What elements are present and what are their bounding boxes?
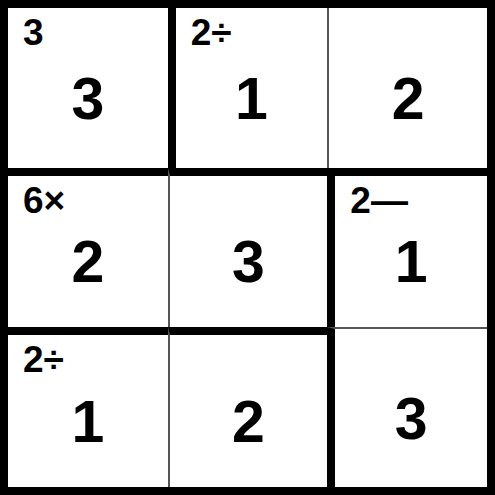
cell-r2c1[interactable]: 2 — [168, 327, 328, 487]
cell-r0c1[interactable]: 2÷1 — [168, 8, 328, 168]
cell-r1c2[interactable]: 2—1 — [327, 168, 487, 328]
cell-r0c0[interactable]: 33 — [8, 8, 168, 168]
cell-r2c0[interactable]: 2÷1 — [8, 327, 168, 487]
cell-value: 1 — [335, 187, 487, 339]
kenken-board: 332÷126×232—12÷123 — [0, 0, 495, 495]
cell-value: 1 — [176, 19, 328, 179]
cell-r1c1[interactable]: 3 — [168, 168, 328, 328]
cell-value: 3 — [170, 187, 328, 339]
cell-r0c2[interactable]: 2 — [327, 8, 487, 168]
cell-value: 1 — [8, 346, 168, 495]
cell-value: 2 — [329, 19, 487, 179]
cell-value: 3 — [8, 19, 168, 179]
cell-r1c0[interactable]: 6×2 — [8, 168, 168, 328]
cell-value: 3 — [335, 340, 487, 495]
cell-value: 2 — [8, 187, 168, 339]
cell-value: 2 — [170, 346, 328, 495]
cell-r2c2[interactable]: 3 — [327, 327, 487, 487]
